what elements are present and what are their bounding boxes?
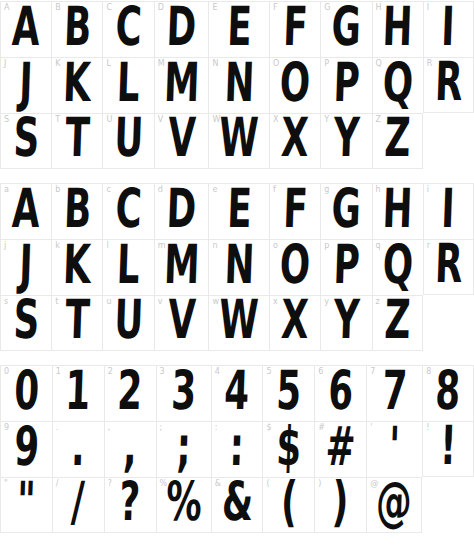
glyph-cell: cc [102,183,153,239]
glyph-cell: WW [208,113,269,169]
cell-label: c [106,186,110,194]
cell-label: 6 [318,368,323,376]
glyph-cell: "" [0,477,52,533]
cell-glyph: U [113,110,144,166]
glyph-cell: ?? [104,477,156,533]
cell-label: K [55,60,60,68]
cell-glyph: z [383,292,411,348]
cell-label: F [273,4,278,12]
cell-label: 4 [215,368,220,376]
cell-label: b [55,186,60,194]
cell-glyph: 7 [381,363,408,419]
glyph-cell: kk [51,239,102,295]
glyph-cell: oo [269,239,320,295]
cell-label: ) [318,480,321,488]
cell-glyph: Y [333,110,361,166]
cell-label: l [106,242,108,250]
cell-glyph: a [11,181,41,237]
glyph-cell: MM [154,57,209,113]
cell-label: ' [370,424,372,432]
cell-label: 7 [370,368,375,376]
glyph-cell: FF [269,1,320,57]
cell-glyph: 4 [224,363,251,419]
cell-label: 0 [4,368,9,376]
cell-glyph: G [331,0,362,55]
cell-label: h [376,186,381,194]
cell-glyph: F [282,0,308,55]
glyph-cell: !! [422,421,474,477]
cell-glyph: u [113,292,144,348]
glyph-cell: )) [314,477,366,533]
cell-glyph: O [279,55,311,111]
glyph-cell: bb [51,183,102,239]
cell-glyph: p [332,237,360,293]
glyph-cell: ll [102,239,153,295]
cell-label: S [4,116,9,124]
cell-label: Z [376,116,381,124]
glyph-cell: 88 [422,365,474,421]
cell-glyph: s [12,292,40,348]
cell-glyph: 1 [65,363,92,419]
cell-glyph: 0 [13,363,40,419]
cell-glyph: N [223,55,255,111]
glyph-cell: SS [0,113,51,169]
glyph-cell: nn [208,239,269,295]
glyph-cell: 33 [156,365,211,421]
cell-glyph: ( [280,474,298,530]
cell-label: $ [266,424,271,432]
glyph-cell: ## [314,421,366,477]
cell-glyph: m [163,237,200,293]
cell-glyph: w [219,292,260,348]
cell-glyph: x [280,292,309,348]
cell-glyph: P [332,55,360,111]
cell-label: x [273,298,278,306]
glyph-cell: CC [102,1,153,57]
cell-glyph: # [325,419,357,475]
cell-label: . [56,424,59,432]
glyph-cell: xx [269,295,320,351]
cell-label: 5 [266,368,271,376]
glyph-cell: zz [372,295,423,351]
glyph-cell: VV [154,113,209,169]
glyph-cell: jj [0,239,51,295]
cell-label: 9 [4,424,9,432]
cell-glyph: X [280,110,309,166]
cell-glyph: l [116,237,141,293]
glyph-cell: // [52,477,104,533]
cell-glyph: V [167,110,197,166]
character-map: AABBCCDDEEFFGGHHIIJJKKLLMMNNOOPPQQRRSSTT… [0,0,474,545]
glyph-cell: 00 [0,365,52,421]
glyph-cell: UU [102,113,153,169]
cell-label: C [106,4,112,12]
glyph-cell: RR [423,57,474,113]
cell-label: a [4,186,9,194]
cell-glyph: , [122,419,137,475]
cell-label: s [4,298,8,306]
glyph-cell: BB [51,1,102,57]
glyph-cell: yy [320,295,371,351]
cell-label: H [376,4,382,12]
glyph-cell: II [423,1,474,57]
cell-label: & [215,480,221,488]
cell-label: ( [266,480,269,488]
glyph-cell: 77 [366,365,422,421]
cell-label: 1 [56,368,61,376]
glyph-cell: (( [262,477,314,533]
section-lowercase: aabbccddeeffgghhiijjkkllmmnnooppqqrrsstt… [0,183,474,351]
glyph-cell: @@ [366,477,422,533]
glyph-cell: PP [320,57,371,113]
glyph-cell: .. [52,421,104,477]
cell-label: u [106,298,111,306]
cell-label: I [427,4,429,12]
cell-label: B [55,4,61,12]
cell-glyph: W [219,110,260,166]
cell-glyph: ) [332,474,350,530]
glyph-cell: KK [51,57,102,113]
glyph-cell: hh [372,183,423,239]
cell-glyph: T [64,110,90,166]
cell-glyph: J [19,55,34,111]
glyph-cell: %% [156,477,211,533]
cell-glyph: r [434,236,463,292]
cell-label: ; [160,424,163,432]
cell-label: / [56,480,59,488]
cell-label: E [212,4,217,12]
cell-glyph: i [441,181,456,237]
cell-label: r [427,242,430,250]
cell-glyph: o [279,237,311,293]
section-uppercase: AABBCCDDEEFFGGHHIIJJKKLLMMNNOOPPQQRRSSTT… [0,1,474,169]
cell-glyph: j [19,237,34,293]
cell-glyph: : [229,419,245,475]
cell-glyph: b [63,181,92,237]
cell-label: : [215,424,218,432]
cell-glyph: n [223,237,255,293]
cell-glyph: $ [276,419,303,475]
glyph-cell: tt [51,295,102,351]
glyph-cell: JJ [0,57,51,113]
cell-label: J [4,60,6,68]
cell-label: ! [426,424,429,432]
cell-label: P [324,60,329,68]
glyph-cell: HH [372,1,423,57]
cell-glyph: & [221,474,254,530]
cell-label: # [318,424,325,432]
cell-glyph: c [115,181,143,237]
cell-glyph: q [382,237,414,293]
glyph-cell: 99 [0,421,52,477]
cell-label: X [273,116,278,124]
glyph-cell: ,, [104,421,156,477]
cell-label: i [427,186,429,194]
cell-label: A [4,4,9,12]
cell-glyph: ' [388,419,401,475]
glyph-cell: qq [372,239,423,295]
cell-glyph: R [434,54,463,110]
glyph-cell: LL [102,57,153,113]
glyph-cell: 22 [104,365,156,421]
cell-label: N [212,60,218,68]
cell-label: 3 [160,368,165,376]
glyph-cell: YY [320,113,371,169]
cell-glyph: D [166,0,198,55]
glyph-cell: EE [208,1,269,57]
cell-label: n [212,242,217,250]
cell-glyph: L [116,55,141,111]
cell-label: e [212,186,217,194]
cell-label: M [158,60,165,68]
glyph-cell: dd [154,183,209,239]
cell-label: L [106,60,110,68]
cell-glyph: 6 [327,363,354,419]
cell-label: , [108,424,111,432]
glyph-cell: uu [102,295,153,351]
cell-label: t [55,298,58,306]
cell-label: p [324,242,329,250]
cell-glyph: f [282,181,308,237]
cell-glyph: H [382,0,414,55]
cell-label: T [55,116,60,124]
cell-glyph: E [226,0,252,55]
cell-glyph: I [441,0,456,55]
cell-glyph: 9 [13,419,40,475]
cell-label: 2 [108,368,113,376]
glyph-cell: $$ [262,421,314,477]
glyph-cell: 55 [262,365,314,421]
cell-glyph: M [163,55,200,111]
cell-label: ? [108,480,112,488]
glyph-cell: ZZ [372,113,423,169]
cell-glyph: y [333,292,361,348]
glyph-cell: mm [154,239,209,295]
cell-glyph: h [382,181,414,237]
cell-glyph: . [71,419,86,475]
cell-glyph: ; [175,419,191,475]
glyph-cell: ii [423,183,474,239]
cell-label: w [212,298,219,306]
cell-glyph: 8 [435,363,462,419]
cell-label: o [273,242,278,250]
glyph-cell: rr [423,239,474,295]
cell-glyph: ! [439,418,457,474]
glyph-cell: OO [269,57,320,113]
cell-label: v [158,298,163,306]
section-numerals-punctuation: 00112233445566778899..,,;;::$$##''!!""//… [0,365,474,533]
cell-label: q [376,242,381,250]
cell-label: G [324,4,330,12]
cell-glyph: S [12,110,40,166]
cell-glyph: " [16,474,37,530]
glyph-cell: '' [366,421,422,477]
glyph-cell: NN [208,57,269,113]
cell-label: k [55,242,60,250]
cell-label: R [427,60,433,68]
cell-label: D [158,4,164,12]
glyph-cell: XX [269,113,320,169]
glyph-cell: && [211,477,263,533]
glyph-cell: QQ [372,57,423,113]
glyph-cell: GG [320,1,371,57]
cell-glyph: d [166,181,198,237]
cell-glyph: g [331,181,362,237]
glyph-cell: :: [211,421,263,477]
cell-label: g [324,186,329,194]
cell-label: 8 [426,368,431,376]
cell-label: z [376,298,380,306]
cell-glyph: Z [383,110,411,166]
cell-glyph: C [115,0,143,55]
glyph-cell: ;; [156,421,211,477]
glyph-cell: 66 [314,365,366,421]
cell-label: V [158,116,163,124]
cell-glyph: @ [375,474,413,530]
cell-glyph: 5 [276,363,303,419]
glyph-cell: gg [320,183,371,239]
glyph-cell: 11 [52,365,104,421]
cell-glyph: 2 [117,363,144,419]
cell-label: Q [376,60,382,68]
cell-glyph: ? [119,474,142,530]
glyph-cell: AA [0,1,51,57]
cell-label: d [158,186,163,194]
glyph-cell: vv [154,295,209,351]
glyph-cell: 44 [211,365,263,421]
glyph-cell: pp [320,239,371,295]
glyph-cell: ee [208,183,269,239]
cell-glyph: k [63,237,93,293]
cell-label: O [273,60,279,68]
cell-glyph: K [63,55,93,111]
cell-label: U [106,116,112,124]
cell-label: Y [324,116,329,124]
cell-glyph: v [167,292,197,348]
glyph-cell: ss [0,295,51,351]
cell-label: y [324,298,329,306]
cell-label: j [4,242,6,250]
cell-glyph: t [64,292,90,348]
cell-glyph: 3 [170,363,197,419]
cell-glyph: B [63,0,92,55]
glyph-cell: ww [208,295,269,351]
cell-label: " [4,480,8,488]
cell-glyph: % [165,474,203,530]
cell-glyph: / [71,474,86,530]
glyph-cell: ff [269,183,320,239]
glyph-cell: TT [51,113,102,169]
glyph-cell: aa [0,183,51,239]
cell-glyph: e [226,181,252,237]
cell-glyph: Q [382,55,414,111]
cell-glyph: A [11,0,41,55]
glyph-cell: DD [154,1,209,57]
cell-label: f [273,186,276,194]
